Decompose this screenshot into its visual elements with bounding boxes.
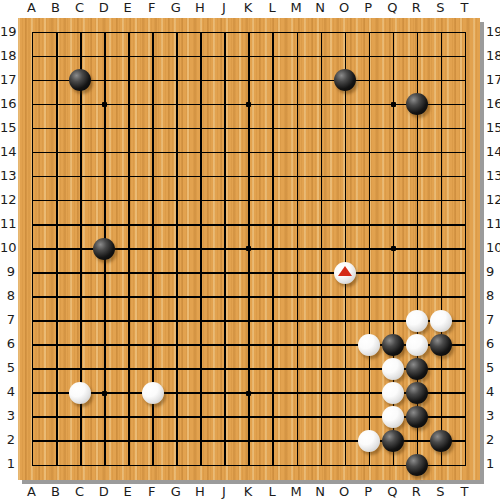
stone-black[interactable] xyxy=(93,238,115,260)
column-label: G xyxy=(164,0,188,16)
stone-white[interactable] xyxy=(358,334,380,356)
stone-black[interactable] xyxy=(406,406,428,428)
stone-white[interactable] xyxy=(358,430,380,452)
column-label: T xyxy=(452,0,476,16)
row-label: 10 xyxy=(0,240,15,256)
column-label: G xyxy=(164,484,188,500)
stone-white[interactable] xyxy=(406,310,428,332)
stone-black[interactable] xyxy=(406,382,428,404)
star-point xyxy=(246,246,251,251)
column-label: H xyxy=(188,484,212,500)
stone-black[interactable] xyxy=(406,358,428,380)
row-label: 13 xyxy=(486,168,500,184)
row-label: 2 xyxy=(486,432,500,448)
column-label: J xyxy=(212,0,236,16)
star-point xyxy=(102,102,107,107)
row-label: 15 xyxy=(486,120,500,136)
stone-black[interactable] xyxy=(382,334,404,356)
column-label: D xyxy=(92,484,116,500)
row-label: 4 xyxy=(486,384,500,400)
column-label: M xyxy=(284,0,308,16)
stone-black[interactable] xyxy=(406,454,428,476)
row-label: 7 xyxy=(0,312,15,328)
column-label: H xyxy=(188,0,212,16)
row-label: 10 xyxy=(486,240,500,256)
column-label: A xyxy=(20,0,44,16)
row-label: 14 xyxy=(486,144,500,160)
column-label: O xyxy=(332,484,356,500)
stone-white[interactable] xyxy=(382,382,404,404)
row-label: 6 xyxy=(486,336,500,352)
row-label: 7 xyxy=(486,312,500,328)
column-label: N xyxy=(308,484,332,500)
row-label: 11 xyxy=(486,216,500,232)
column-label: O xyxy=(332,0,356,16)
row-label: 4 xyxy=(0,384,15,400)
row-label: 3 xyxy=(0,408,15,424)
column-label: Q xyxy=(380,0,404,16)
row-label: 18 xyxy=(0,48,15,64)
stone-white[interactable] xyxy=(382,406,404,428)
row-label: 9 xyxy=(486,264,500,280)
star-point xyxy=(102,391,107,396)
row-label: 5 xyxy=(486,360,500,376)
column-label: P xyxy=(356,484,380,500)
column-label: N xyxy=(308,0,332,16)
row-label: 13 xyxy=(0,168,15,184)
row-label: 6 xyxy=(0,336,15,352)
row-label: 11 xyxy=(0,216,15,232)
row-label: 12 xyxy=(0,192,15,208)
row-label: 3 xyxy=(486,408,500,424)
column-label: R xyxy=(404,484,428,500)
last-move-triangle-icon xyxy=(338,266,352,276)
stone-white[interactable] xyxy=(142,382,164,404)
column-label: C xyxy=(68,484,92,500)
go-board[interactable] xyxy=(18,18,480,480)
row-label: 17 xyxy=(0,72,15,88)
column-label: M xyxy=(284,484,308,500)
row-label: 1 xyxy=(0,456,15,472)
column-label: B xyxy=(44,484,68,500)
column-label: B xyxy=(44,0,68,16)
row-label: 14 xyxy=(0,144,15,160)
column-label: F xyxy=(140,484,164,500)
column-label: E xyxy=(116,484,140,500)
row-label: 1 xyxy=(486,456,500,472)
star-point xyxy=(391,102,396,107)
column-label: K xyxy=(236,0,260,16)
column-label: P xyxy=(356,0,380,16)
row-label: 2 xyxy=(0,432,15,448)
stone-white[interactable] xyxy=(430,310,452,332)
row-label: 5 xyxy=(0,360,15,376)
column-label: S xyxy=(428,484,452,500)
star-point xyxy=(246,391,251,396)
stone-black[interactable] xyxy=(382,430,404,452)
star-point xyxy=(246,102,251,107)
column-label: L xyxy=(260,0,284,16)
row-label: 16 xyxy=(0,96,15,112)
column-label: K xyxy=(236,484,260,500)
stone-white[interactable] xyxy=(406,334,428,356)
go-board-app: ABCDEFGHJKLMNOPQRST 19181716151413121110… xyxy=(0,0,500,500)
column-label: T xyxy=(452,484,476,500)
row-label: 18 xyxy=(486,48,500,64)
column-label: S xyxy=(428,0,452,16)
column-label: C xyxy=(68,0,92,16)
column-label: E xyxy=(116,0,140,16)
column-label: D xyxy=(92,0,116,16)
star-point xyxy=(391,246,396,251)
row-label: 19 xyxy=(486,24,500,40)
stone-white[interactable] xyxy=(382,358,404,380)
column-label: F xyxy=(140,0,164,16)
row-label: 15 xyxy=(0,120,15,136)
column-label: A xyxy=(20,484,44,500)
column-label: Q xyxy=(380,484,404,500)
row-label: 16 xyxy=(486,96,500,112)
column-label: L xyxy=(260,484,284,500)
row-label: 8 xyxy=(0,288,15,304)
row-label: 17 xyxy=(486,72,500,88)
row-label: 19 xyxy=(0,24,15,40)
row-label: 8 xyxy=(486,288,500,304)
row-label: 12 xyxy=(486,192,500,208)
column-label: J xyxy=(212,484,236,500)
row-label: 9 xyxy=(0,264,15,280)
stone-black[interactable] xyxy=(430,334,452,356)
column-label: R xyxy=(404,0,428,16)
